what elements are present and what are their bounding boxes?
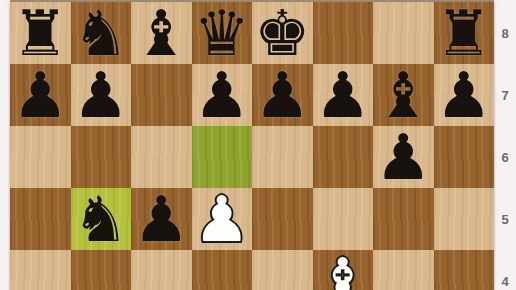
square-h7[interactable]: ♟	[434, 64, 495, 126]
square-h4[interactable]	[434, 250, 495, 290]
square-c7[interactable]	[131, 64, 192, 126]
piece-black-bishop[interactable]: ♝	[373, 64, 434, 126]
square-h6[interactable]	[434, 126, 495, 188]
square-h8[interactable]: ♜	[434, 2, 495, 64]
square-e7[interactable]: ♟	[252, 64, 313, 126]
piece-black-knight[interactable]: ♞	[71, 188, 132, 250]
square-c5[interactable]: ♟	[131, 188, 192, 250]
square-d7[interactable]: ♟	[192, 64, 253, 126]
square-a6[interactable]	[10, 126, 71, 188]
piece-black-pawn[interactable]: ♟	[313, 64, 374, 126]
piece-black-rook[interactable]: ♜	[434, 2, 495, 64]
piece-black-pawn[interactable]: ♟	[252, 64, 313, 126]
rank-label-8: 8	[494, 26, 516, 41]
square-g6[interactable]: ♟	[373, 126, 434, 188]
square-a7[interactable]: ♟	[10, 64, 71, 126]
rank-label-5: 5	[494, 212, 516, 227]
piece-black-pawn[interactable]: ♟	[373, 126, 434, 188]
square-c4[interactable]	[131, 250, 192, 290]
piece-white-pawn[interactable]: ♟	[192, 188, 253, 250]
square-e4[interactable]	[252, 250, 313, 290]
piece-white-bishop[interactable]: ♝	[313, 250, 374, 290]
square-g8[interactable]	[373, 2, 434, 64]
square-f6[interactable]	[313, 126, 374, 188]
rank-label-column: 87654	[494, 0, 516, 290]
piece-black-pawn[interactable]: ♟	[192, 64, 253, 126]
square-e6[interactable]	[252, 126, 313, 188]
piece-black-pawn[interactable]: ♟	[10, 64, 71, 126]
piece-black-rook[interactable]: ♜	[10, 2, 71, 64]
rank-label-6: 6	[494, 150, 516, 165]
square-a5[interactable]	[10, 188, 71, 250]
square-h5[interactable]	[434, 188, 495, 250]
piece-black-king[interactable]: ♚	[252, 2, 313, 64]
square-c6[interactable]	[131, 126, 192, 188]
square-f5[interactable]	[313, 188, 374, 250]
square-e5[interactable]	[252, 188, 313, 250]
square-d8[interactable]: ♛	[192, 2, 253, 64]
square-g5[interactable]	[373, 188, 434, 250]
square-a4[interactable]	[10, 250, 71, 290]
square-f7[interactable]: ♟	[313, 64, 374, 126]
piece-black-queen[interactable]: ♛	[192, 2, 253, 64]
square-g4[interactable]	[373, 250, 434, 290]
piece-black-bishop[interactable]: ♝	[131, 2, 192, 64]
square-b7[interactable]: ♟	[71, 64, 132, 126]
square-b5[interactable]: ♞	[71, 188, 132, 250]
square-d5[interactable]: ♟	[192, 188, 253, 250]
square-d6[interactable]	[192, 126, 253, 188]
chess-board-screenshot: ♜♞♝♛♚♜♟♟♟♟♟♝♟♟♞♟♟♝ 87654	[0, 0, 516, 290]
square-a8[interactable]: ♜	[10, 2, 71, 64]
square-f8[interactable]	[313, 2, 374, 64]
square-b4[interactable]	[71, 250, 132, 290]
piece-black-knight[interactable]: ♞	[71, 2, 132, 64]
rank-label-7: 7	[494, 88, 516, 103]
chess-board[interactable]: ♜♞♝♛♚♜♟♟♟♟♟♝♟♟♞♟♟♝	[10, 2, 494, 290]
square-c8[interactable]: ♝	[131, 2, 192, 64]
square-g7[interactable]: ♝	[373, 64, 434, 126]
square-e8[interactable]: ♚	[252, 2, 313, 64]
square-b6[interactable]	[71, 126, 132, 188]
piece-black-pawn[interactable]: ♟	[71, 64, 132, 126]
square-b8[interactable]: ♞	[71, 2, 132, 64]
square-d4[interactable]	[192, 250, 253, 290]
piece-black-pawn[interactable]: ♟	[131, 188, 192, 250]
rank-label-4: 4	[494, 274, 516, 289]
piece-black-pawn[interactable]: ♟	[434, 64, 495, 126]
square-f4[interactable]: ♝	[313, 250, 374, 290]
